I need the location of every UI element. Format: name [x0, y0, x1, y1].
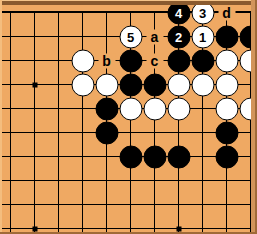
point-label-c: c	[146, 53, 163, 68]
grid-line-vertical	[82, 11, 83, 234]
stone-black	[95, 121, 118, 144]
stone-black	[119, 145, 142, 168]
stone-white	[215, 49, 238, 72]
point-label-d: d	[218, 5, 235, 20]
point-label-a: a	[146, 29, 163, 44]
stone-move-5-white: 5	[119, 25, 142, 48]
stone-white	[119, 97, 142, 120]
grid-line-vertical	[58, 11, 59, 234]
stone-white	[215, 97, 238, 120]
grid-line-horizontal	[0, 180, 257, 181]
stone-black	[215, 145, 238, 168]
stone-white	[167, 73, 190, 96]
stone-black	[167, 145, 190, 168]
stone-black	[215, 121, 238, 144]
stone-black	[119, 73, 142, 96]
point-label-b: b	[98, 53, 115, 68]
stone-black	[167, 49, 190, 72]
grid-line-vertical	[34, 11, 35, 234]
stone-black	[119, 49, 142, 72]
stone-white	[167, 97, 190, 120]
stone-move-2-black: 2	[167, 25, 190, 48]
stone-white	[215, 73, 238, 96]
frame-right-edge	[255, 0, 257, 234]
stone-move-1-white: 1	[191, 25, 214, 48]
stone-white	[71, 49, 94, 72]
stone-white	[191, 73, 214, 96]
go-diagram: 43d5a21bc	[0, 0, 257, 234]
stone-black	[95, 97, 118, 120]
star-point	[32, 82, 37, 87]
go-board: 43d5a21bc	[0, 0, 257, 234]
stone-white	[95, 73, 118, 96]
stone-black	[143, 73, 166, 96]
grid-line-horizontal	[0, 204, 257, 205]
stone-black	[191, 49, 214, 72]
frame-bottom	[0, 232, 257, 234]
frame-top-dark	[0, 1, 257, 5]
frame-left	[0, 0, 2, 234]
stone-black	[215, 25, 238, 48]
star-point	[176, 226, 181, 231]
stone-white	[143, 97, 166, 120]
stone-black	[143, 145, 166, 168]
grid-line-horizontal	[0, 228, 257, 229]
star-point	[32, 226, 37, 231]
stone-white	[71, 73, 94, 96]
grid-line-vertical	[10, 11, 11, 234]
